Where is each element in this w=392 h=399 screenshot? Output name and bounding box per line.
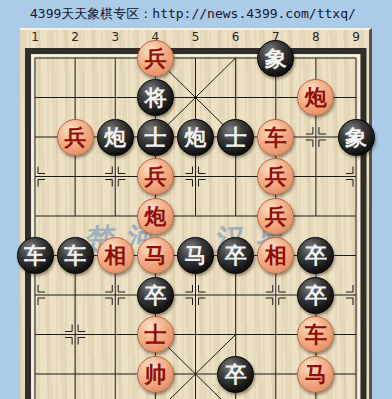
piece-black-象[interactable]: 象 <box>338 119 375 156</box>
piece-black-卒[interactable]: 卒 <box>217 237 254 274</box>
column-label-2: 2 <box>69 30 81 44</box>
piece-black-卒[interactable]: 卒 <box>137 277 174 314</box>
piece-red-兵[interactable]: 兵 <box>57 119 94 156</box>
column-label-5: 5 <box>190 30 202 44</box>
piece-red-马[interactable]: 马 <box>137 237 174 274</box>
piece-character: 车 <box>298 317 333 352</box>
piece-black-士[interactable]: 士 <box>217 119 254 156</box>
piece-character: 相 <box>98 238 133 273</box>
piece-red-兵[interactable]: 兵 <box>257 158 294 195</box>
piece-red-车[interactable]: 车 <box>297 316 334 353</box>
piece-red-相[interactable]: 相 <box>257 237 294 274</box>
piece-character: 象 <box>339 120 374 155</box>
piece-red-马[interactable]: 马 <box>297 356 334 393</box>
piece-character: 兵 <box>258 159 293 194</box>
piece-character: 兵 <box>138 159 173 194</box>
piece-black-将[interactable]: 将 <box>137 79 174 116</box>
column-label-3: 3 <box>109 30 121 44</box>
piece-character: 炮 <box>98 120 133 155</box>
piece-character: 士 <box>138 317 173 352</box>
piece-black-士[interactable]: 士 <box>137 119 174 156</box>
piece-red-炮[interactable]: 炮 <box>297 79 334 116</box>
piece-character: 车 <box>18 238 53 273</box>
piece-character: 马 <box>298 357 333 392</box>
piece-character: 卒 <box>218 357 253 392</box>
piece-character: 帅 <box>138 357 173 392</box>
piece-character: 卒 <box>138 278 173 313</box>
piece-character: 兵 <box>258 199 293 234</box>
piece-character: 马 <box>178 238 213 273</box>
piece-character: 兵 <box>58 120 93 155</box>
piece-black-炮[interactable]: 炮 <box>177 119 214 156</box>
column-label-9: 9 <box>350 30 362 44</box>
piece-character: 卒 <box>298 278 333 313</box>
piece-black-卒[interactable]: 卒 <box>297 277 334 314</box>
piece-red-士[interactable]: 士 <box>137 316 174 353</box>
piece-character: 兵 <box>138 41 173 76</box>
column-label-6: 6 <box>230 30 242 44</box>
page: 4399天天象棋专区：http://news.4399.com/ttxq/ 12… <box>0 0 392 399</box>
piece-character: 象 <box>258 41 293 76</box>
piece-character: 炮 <box>178 120 213 155</box>
piece-character: 士 <box>218 120 253 155</box>
piece-black-卒[interactable]: 卒 <box>217 356 254 393</box>
piece-character: 卒 <box>298 238 333 273</box>
piece-black-车[interactable]: 车 <box>57 237 94 274</box>
piece-character: 相 <box>258 238 293 273</box>
piece-character: 炮 <box>138 199 173 234</box>
piece-character: 将 <box>138 80 173 115</box>
piece-character: 士 <box>138 120 173 155</box>
piece-character: 炮 <box>298 80 333 115</box>
piece-red-相[interactable]: 相 <box>97 237 134 274</box>
piece-red-兵[interactable]: 兵 <box>257 198 294 235</box>
piece-red-炮[interactable]: 炮 <box>137 198 174 235</box>
piece-black-象[interactable]: 象 <box>257 40 294 77</box>
piece-red-车[interactable]: 车 <box>257 119 294 156</box>
piece-character: 车 <box>58 238 93 273</box>
piece-character: 马 <box>138 238 173 273</box>
piece-red-兵[interactable]: 兵 <box>137 40 174 77</box>
piece-red-帅[interactable]: 帅 <box>137 356 174 393</box>
piece-black-炮[interactable]: 炮 <box>97 119 134 156</box>
piece-black-卒[interactable]: 卒 <box>297 237 334 274</box>
column-label-8: 8 <box>310 30 322 44</box>
piece-character: 车 <box>258 120 293 155</box>
piece-black-车[interactable]: 车 <box>17 237 54 274</box>
piece-black-马[interactable]: 马 <box>177 237 214 274</box>
column-label-1: 1 <box>29 30 41 44</box>
piece-character: 卒 <box>218 238 253 273</box>
piece-red-兵[interactable]: 兵 <box>137 158 174 195</box>
